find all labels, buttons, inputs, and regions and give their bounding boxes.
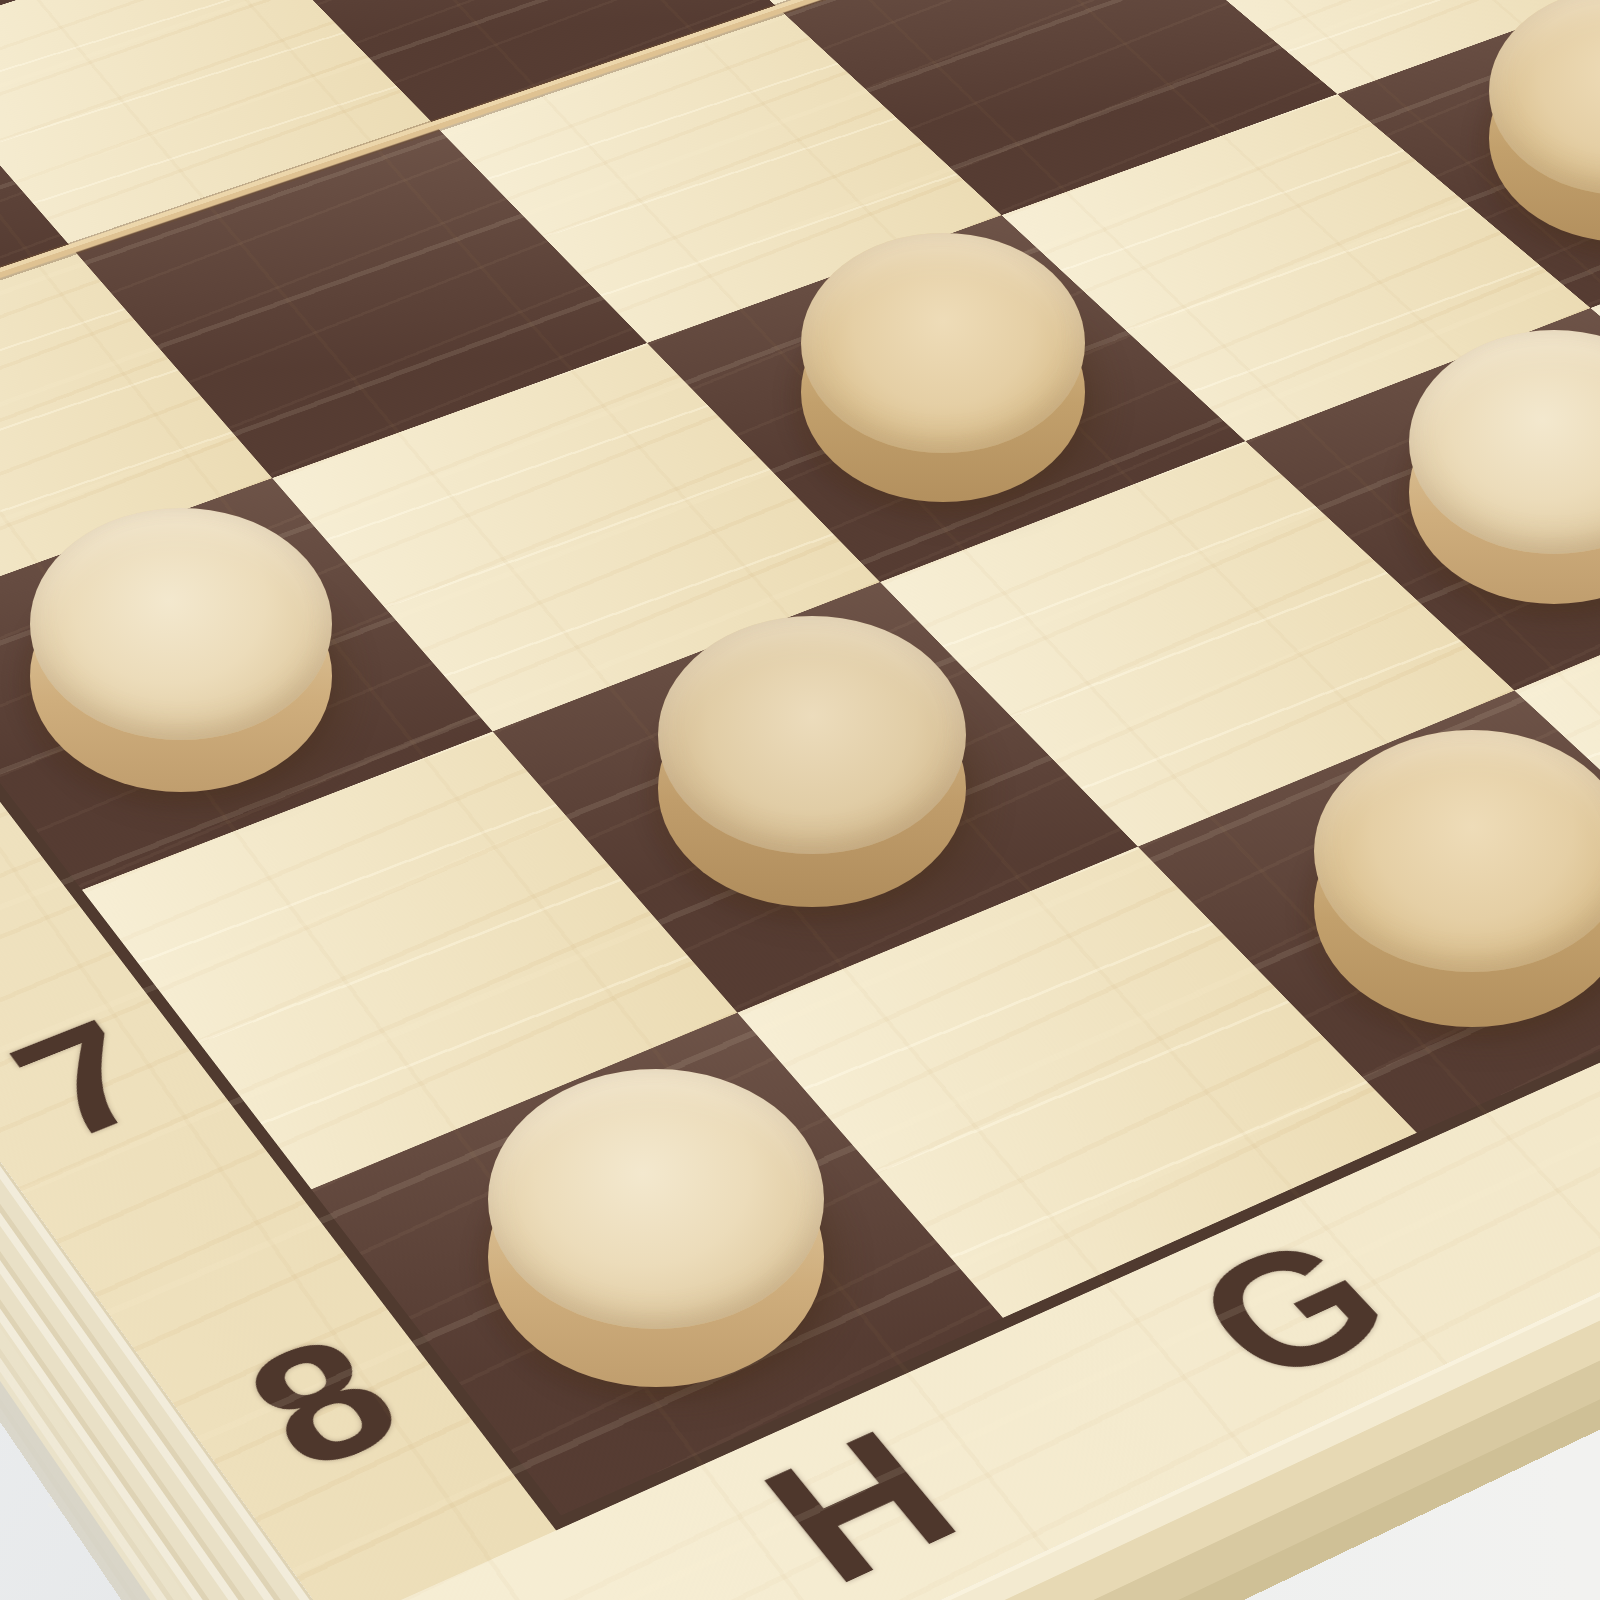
piece-top-face [30,508,332,740]
checker-piece-h6[interactable] [30,508,332,792]
checker-piece-e7[interactable] [1409,330,1600,604]
checker-piece-d6[interactable] [1489,0,1600,242]
checker-piece-g7[interactable] [658,616,966,907]
piece-top-face [801,233,1085,453]
checker-piece-f6[interactable] [801,233,1085,502]
piece-top-face [488,1069,824,1329]
board-photo-stage: 87HG [0,0,1600,1600]
piece-top-face [658,616,966,854]
checker-piece-h8[interactable] [488,1069,824,1387]
checker-piece-f8[interactable] [1314,730,1600,1027]
